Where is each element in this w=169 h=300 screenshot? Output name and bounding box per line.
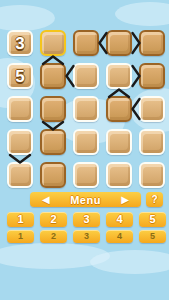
digit-button-label: 4 [116, 214, 122, 225]
digit-button-3[interactable]: 3 [73, 212, 100, 227]
cell-r4c3[interactable] [106, 162, 132, 188]
help-button[interactable]: ? [146, 192, 163, 207]
cloud [0, 5, 55, 31]
cell-r2c4[interactable] [139, 96, 165, 122]
cell-r3c2[interactable] [73, 129, 99, 155]
cell-r2c1[interactable] [40, 96, 66, 122]
cell-r3c1[interactable] [40, 129, 66, 155]
futoshiki-board: 35 [7, 30, 165, 188]
cell-r1c4[interactable] [139, 63, 165, 89]
cell-r1c2[interactable] [73, 63, 99, 89]
digit-button-label: 5 [149, 214, 155, 225]
cell-r0c2[interactable] [73, 30, 99, 56]
menu-bar: ◀ Menu ▶ [30, 192, 141, 207]
cell-r0c3[interactable] [106, 30, 132, 56]
digit-button-label: 3 [83, 214, 89, 225]
cell-value: 3 [15, 35, 24, 52]
cell-r2c0[interactable] [7, 96, 33, 122]
digit-button-4[interactable]: 4 [106, 212, 133, 227]
cell-r2c3[interactable] [106, 96, 132, 122]
digit-button-row: 12345 [7, 212, 166, 227]
cell-r0c1[interactable] [40, 30, 66, 56]
note-button-label: 3 [84, 232, 89, 241]
cell-r1c3[interactable] [106, 63, 132, 89]
menu-right-arrow-icon[interactable]: ▶ [121, 195, 129, 205]
cell-r1c1[interactable] [40, 63, 66, 89]
menu-left-arrow-icon[interactable]: ◀ [42, 195, 50, 205]
note-button-2[interactable]: 2 [40, 230, 67, 243]
cell-r4c4[interactable] [139, 162, 165, 188]
cell-r3c3[interactable] [106, 129, 132, 155]
digit-button-label: 1 [17, 214, 23, 225]
note-button-1[interactable]: 1 [7, 230, 34, 243]
digit-button-label: 2 [50, 214, 56, 225]
note-button-3[interactable]: 3 [73, 230, 100, 243]
cell-r3c4[interactable] [139, 129, 165, 155]
game-screen: 35 ◀ Menu ▶ ? 12345 12345 [0, 0, 169, 300]
note-button-label: 1 [18, 232, 23, 241]
cloud [115, 2, 169, 26]
note-button-4[interactable]: 4 [106, 230, 133, 243]
note-button-label: 2 [51, 232, 56, 241]
cell-r4c1[interactable] [40, 162, 66, 188]
cell-value: 5 [15, 68, 24, 85]
note-button-row: 12345 [7, 230, 166, 243]
cell-r4c0[interactable] [7, 162, 33, 188]
menu-label[interactable]: Menu [70, 194, 101, 206]
digit-button-1[interactable]: 1 [7, 212, 34, 227]
cell-r3c0[interactable] [7, 129, 33, 155]
cell-r4c2[interactable] [73, 162, 99, 188]
note-button-label: 4 [117, 232, 122, 241]
cloud [90, 250, 169, 274]
digit-button-5[interactable]: 5 [139, 212, 166, 227]
note-button-label: 5 [150, 232, 155, 241]
cell-r2c2[interactable] [73, 96, 99, 122]
cell-r0c0[interactable]: 3 [7, 30, 33, 56]
cell-r0c4[interactable] [139, 30, 165, 56]
digit-button-2[interactable]: 2 [40, 212, 67, 227]
cell-r1c0[interactable]: 5 [7, 63, 33, 89]
note-button-5[interactable]: 5 [139, 230, 166, 243]
